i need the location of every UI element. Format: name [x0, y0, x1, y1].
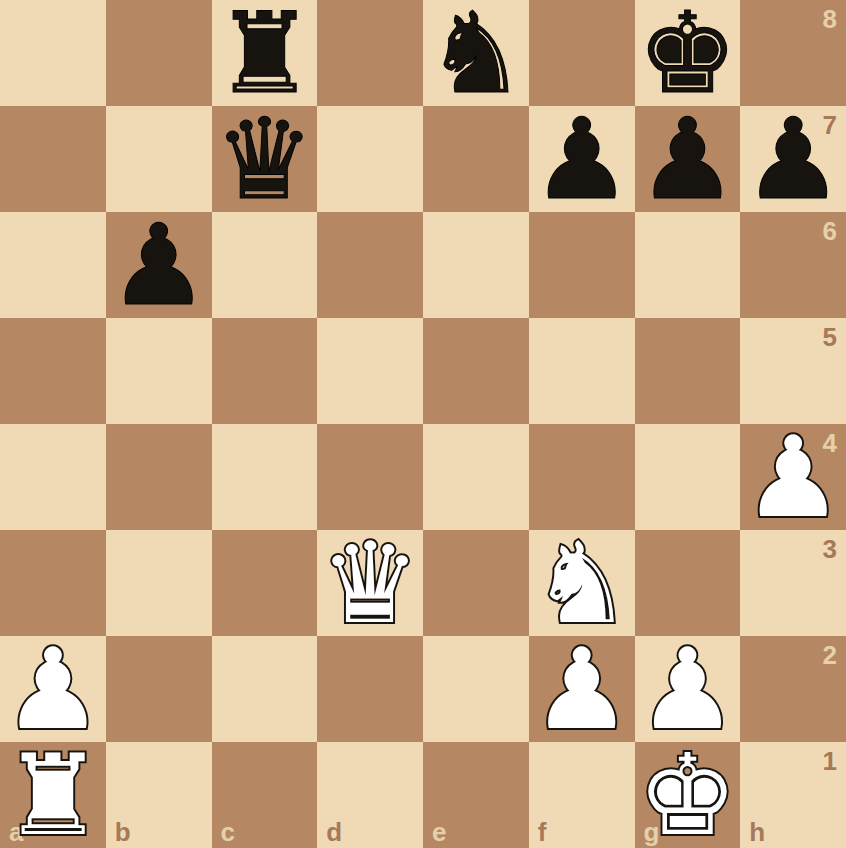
black-rook[interactable]: ♜: [214, 0, 314, 106]
square-h3[interactable]: 3: [740, 530, 846, 636]
file-label-d: d: [326, 819, 342, 845]
file-label-e: e: [432, 819, 446, 845]
square-a3[interactable]: [0, 530, 106, 636]
square-d3[interactable]: ♛: [317, 530, 423, 636]
square-c5[interactable]: [212, 318, 318, 424]
square-f7[interactable]: ♟: [529, 106, 635, 212]
square-c1[interactable]: c: [212, 742, 318, 848]
square-b5[interactable]: [106, 318, 212, 424]
square-a5[interactable]: [0, 318, 106, 424]
square-b8[interactable]: [106, 0, 212, 106]
square-b3[interactable]: [106, 530, 212, 636]
square-e7[interactable]: [423, 106, 529, 212]
square-g5[interactable]: [635, 318, 741, 424]
square-e3[interactable]: [423, 530, 529, 636]
square-a2[interactable]: ♟: [0, 636, 106, 742]
white-pawn[interactable]: ♟: [743, 424, 843, 530]
square-c8[interactable]: ♜: [212, 0, 318, 106]
white-queen[interactable]: ♛: [320, 530, 420, 636]
square-c2[interactable]: [212, 636, 318, 742]
square-h1[interactable]: 1h: [740, 742, 846, 848]
square-g6[interactable]: [635, 212, 741, 318]
square-h7[interactable]: ♟7: [740, 106, 846, 212]
square-b2[interactable]: [106, 636, 212, 742]
rank-label-2: 2: [823, 642, 837, 668]
square-a1[interactable]: ♜a: [0, 742, 106, 848]
square-d6[interactable]: [317, 212, 423, 318]
square-h2[interactable]: 2: [740, 636, 846, 742]
square-g3[interactable]: [635, 530, 741, 636]
square-f1[interactable]: f: [529, 742, 635, 848]
black-pawn[interactable]: ♟: [108, 212, 208, 318]
square-a7[interactable]: [0, 106, 106, 212]
square-e5[interactable]: [423, 318, 529, 424]
square-e4[interactable]: [423, 424, 529, 530]
white-pawn[interactable]: ♟: [637, 636, 737, 742]
black-pawn[interactable]: ♟: [531, 106, 631, 212]
white-pawn[interactable]: ♟: [3, 636, 103, 742]
black-pawn[interactable]: ♟: [637, 106, 737, 212]
square-a4[interactable]: [0, 424, 106, 530]
square-e8[interactable]: ♞: [423, 0, 529, 106]
square-f5[interactable]: [529, 318, 635, 424]
square-e1[interactable]: e: [423, 742, 529, 848]
square-a6[interactable]: [0, 212, 106, 318]
black-knight[interactable]: ♞: [426, 0, 526, 106]
square-f4[interactable]: [529, 424, 635, 530]
square-b6[interactable]: ♟: [106, 212, 212, 318]
black-queen[interactable]: ♛: [214, 106, 314, 212]
white-king[interactable]: ♚: [637, 742, 737, 848]
square-c7[interactable]: ♛: [212, 106, 318, 212]
square-c3[interactable]: [212, 530, 318, 636]
square-h5[interactable]: 5: [740, 318, 846, 424]
rank-label-5: 5: [823, 324, 837, 350]
file-label-b: b: [115, 819, 131, 845]
square-h6[interactable]: 6: [740, 212, 846, 318]
square-b7[interactable]: [106, 106, 212, 212]
square-g2[interactable]: ♟: [635, 636, 741, 742]
square-b4[interactable]: [106, 424, 212, 530]
square-f6[interactable]: [529, 212, 635, 318]
square-e6[interactable]: [423, 212, 529, 318]
chess-board: ♜♞♚8♛♟♟♟7♟65♟4♛♞3♟♟♟2♜abcdef♚g1h: [0, 0, 846, 848]
white-rook[interactable]: ♜: [3, 742, 103, 848]
square-d2[interactable]: [317, 636, 423, 742]
white-knight[interactable]: ♞: [531, 530, 631, 636]
square-d1[interactable]: d: [317, 742, 423, 848]
square-e2[interactable]: [423, 636, 529, 742]
rank-label-8: 8: [823, 6, 837, 32]
square-d5[interactable]: [317, 318, 423, 424]
file-label-c: c: [221, 819, 235, 845]
square-d4[interactable]: [317, 424, 423, 530]
square-g7[interactable]: ♟: [635, 106, 741, 212]
file-label-h: h: [749, 819, 765, 845]
square-d7[interactable]: [317, 106, 423, 212]
square-g8[interactable]: ♚: [635, 0, 741, 106]
square-h4[interactable]: ♟4: [740, 424, 846, 530]
square-h8[interactable]: 8: [740, 0, 846, 106]
rank-label-1: 1: [823, 748, 837, 774]
square-f2[interactable]: ♟: [529, 636, 635, 742]
white-pawn[interactable]: ♟: [531, 636, 631, 742]
square-f3[interactable]: ♞: [529, 530, 635, 636]
square-f8[interactable]: [529, 0, 635, 106]
square-g4[interactable]: [635, 424, 741, 530]
square-a8[interactable]: [0, 0, 106, 106]
black-king[interactable]: ♚: [637, 0, 737, 106]
square-c6[interactable]: [212, 212, 318, 318]
square-g1[interactable]: ♚g: [635, 742, 741, 848]
square-b1[interactable]: b: [106, 742, 212, 848]
black-pawn[interactable]: ♟: [743, 106, 843, 212]
square-c4[interactable]: [212, 424, 318, 530]
file-label-f: f: [538, 819, 547, 845]
square-d8[interactable]: [317, 0, 423, 106]
